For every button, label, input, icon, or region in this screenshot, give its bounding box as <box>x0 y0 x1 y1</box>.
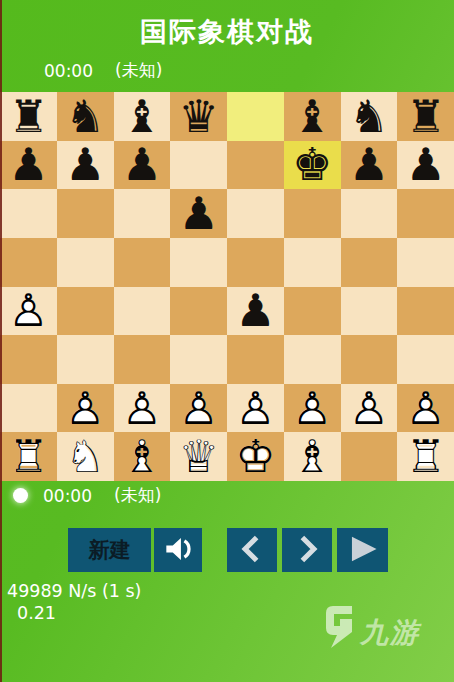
square-c6[interactable] <box>114 189 171 238</box>
square-b8[interactable]: ♞ <box>57 92 114 141</box>
screen-edge-artifact <box>0 0 2 682</box>
new-game-button[interactable]: 新建 <box>68 528 151 572</box>
black-pawn-piece[interactable]: ♟ <box>235 288 275 333</box>
black-pawn-piece[interactable]: ♟ <box>122 142 162 187</box>
square-f2[interactable]: ♟♙ <box>284 384 341 433</box>
player-status: (未知) <box>114 484 161 507</box>
white-pawn-piece[interactable]: ♟♙ <box>122 386 162 431</box>
square-f6[interactable] <box>284 189 341 238</box>
black-pawn-piece[interactable]: ♟ <box>65 142 105 187</box>
square-a6[interactable] <box>0 189 57 238</box>
white-pawn-piece[interactable]: ♟♙ <box>8 288 48 333</box>
square-d4[interactable] <box>170 287 227 336</box>
square-c1[interactable]: ♝♗ <box>114 432 171 481</box>
sound-button[interactable] <box>154 528 202 572</box>
player-clock: 00:00 <box>43 486 92 506</box>
square-c7[interactable]: ♟ <box>114 141 171 190</box>
square-d8[interactable]: ♛ <box>170 92 227 141</box>
player-timer: 00:00 (未知) <box>13 484 161 507</box>
square-f8[interactable]: ♝ <box>284 92 341 141</box>
white-pawn-piece[interactable]: ♟♙ <box>292 386 332 431</box>
square-e6[interactable] <box>227 189 284 238</box>
black-queen-piece[interactable]: ♛ <box>178 94 218 139</box>
engine-speed-text: 49989 N/s (1 s) <box>7 581 141 601</box>
play-button[interactable] <box>337 528 388 572</box>
white-pawn-piece[interactable]: ♟♙ <box>178 386 218 431</box>
black-king-piece[interactable]: ♚ <box>292 142 332 187</box>
square-h6[interactable] <box>397 189 454 238</box>
square-h1[interactable]: ♜♖ <box>397 432 454 481</box>
square-a5[interactable] <box>0 238 57 287</box>
black-bishop-piece[interactable]: ♝ <box>292 94 332 139</box>
square-h3[interactable] <box>397 335 454 384</box>
square-g1[interactable] <box>341 432 398 481</box>
square-c2[interactable]: ♟♙ <box>114 384 171 433</box>
black-bishop-piece[interactable]: ♝ <box>122 94 162 139</box>
square-b1[interactable]: ♞♘ <box>57 432 114 481</box>
square-b2[interactable]: ♟♙ <box>57 384 114 433</box>
square-a3[interactable] <box>0 335 57 384</box>
square-d1[interactable]: ♛♕ <box>170 432 227 481</box>
step-back-button[interactable] <box>227 528 277 572</box>
square-g7[interactable]: ♟ <box>341 141 398 190</box>
engine-eval-text: 0.21 <box>17 603 56 623</box>
square-e3[interactable] <box>227 335 284 384</box>
white-pawn-piece[interactable]: ♟♙ <box>65 386 105 431</box>
square-b4[interactable] <box>57 287 114 336</box>
white-knight-piece[interactable]: ♞♘ <box>65 434 105 479</box>
black-knight-piece[interactable]: ♞ <box>65 94 105 139</box>
square-d3[interactable] <box>170 335 227 384</box>
square-e7[interactable] <box>227 141 284 190</box>
white-bishop-piece[interactable]: ♝♗ <box>292 434 332 479</box>
chevron-left-icon <box>238 534 266 567</box>
square-b6[interactable] <box>57 189 114 238</box>
turn-indicator-dot <box>13 488 28 503</box>
square-g3[interactable] <box>341 335 398 384</box>
square-e4[interactable]: ♟ <box>227 287 284 336</box>
square-e1[interactable]: ♚♔ <box>227 432 284 481</box>
square-f4[interactable] <box>284 287 341 336</box>
square-h2[interactable]: ♟♙ <box>397 384 454 433</box>
opponent-timer: 00:00 (未知) <box>44 59 162 82</box>
white-rook-piece[interactable]: ♜♖ <box>405 434 445 479</box>
black-knight-piece[interactable]: ♞ <box>349 94 389 139</box>
white-bishop-piece[interactable]: ♝♗ <box>122 434 162 479</box>
square-e5[interactable] <box>227 238 284 287</box>
chess-board[interactable]: ♜♞♝♛♝♞♜♟♟♟♚♟♟♟♟♙♟♟♙♟♙♟♙♟♙♟♙♟♙♟♙♜♖♞♘♝♗♛♕♚… <box>0 92 454 481</box>
watermark: 九游 <box>325 606 420 652</box>
square-e8[interactable] <box>227 92 284 141</box>
watermark-text: 九游 <box>360 614 420 652</box>
square-a4[interactable]: ♟♙ <box>0 287 57 336</box>
square-g8[interactable]: ♞ <box>341 92 398 141</box>
chevron-right-icon <box>293 534 321 567</box>
speaker-icon <box>163 535 193 566</box>
square-a1[interactable]: ♜♖ <box>0 432 57 481</box>
jiuyou-logo-icon <box>325 606 355 648</box>
play-icon <box>347 534 379 567</box>
square-h5[interactable] <box>397 238 454 287</box>
square-f5[interactable] <box>284 238 341 287</box>
square-c4[interactable] <box>114 287 171 336</box>
square-b5[interactable] <box>57 238 114 287</box>
square-h4[interactable] <box>397 287 454 336</box>
square-c5[interactable] <box>114 238 171 287</box>
white-pawn-piece[interactable]: ♟♙ <box>349 386 389 431</box>
square-d6[interactable]: ♟ <box>170 189 227 238</box>
square-e2[interactable]: ♟♙ <box>227 384 284 433</box>
square-d5[interactable] <box>170 238 227 287</box>
square-f1[interactable]: ♝♗ <box>284 432 341 481</box>
square-b7[interactable]: ♟ <box>57 141 114 190</box>
square-h7[interactable]: ♟ <box>397 141 454 190</box>
square-c3[interactable] <box>114 335 171 384</box>
square-a8[interactable]: ♜ <box>0 92 57 141</box>
white-pawn-piece[interactable]: ♟♙ <box>405 386 445 431</box>
square-a2[interactable] <box>0 384 57 433</box>
square-f7[interactable]: ♚ <box>284 141 341 190</box>
black-rook-piece[interactable]: ♜ <box>405 94 445 139</box>
square-c8[interactable]: ♝ <box>114 92 171 141</box>
square-g2[interactable]: ♟♙ <box>341 384 398 433</box>
square-a7[interactable]: ♟ <box>0 141 57 190</box>
black-pawn-piece[interactable]: ♟ <box>8 142 48 187</box>
opponent-status: (未知) <box>115 59 162 82</box>
black-pawn-piece[interactable]: ♟ <box>405 142 445 187</box>
black-pawn-piece[interactable]: ♟ <box>349 142 389 187</box>
white-rook-piece[interactable]: ♜♖ <box>8 434 48 479</box>
square-g6[interactable] <box>341 189 398 238</box>
square-f3[interactable] <box>284 335 341 384</box>
white-queen-piece[interactable]: ♛♕ <box>178 434 218 479</box>
page-title: 国际象棋对战 <box>0 14 454 50</box>
square-d2[interactable]: ♟♙ <box>170 384 227 433</box>
opponent-clock: 00:00 <box>44 61 93 81</box>
step-forward-button[interactable] <box>282 528 332 572</box>
black-rook-piece[interactable]: ♜ <box>8 94 48 139</box>
square-b3[interactable] <box>57 335 114 384</box>
square-d7[interactable] <box>170 141 227 190</box>
square-h8[interactable]: ♜ <box>397 92 454 141</box>
black-pawn-piece[interactable]: ♟ <box>178 191 218 236</box>
white-pawn-piece[interactable]: ♟♙ <box>235 386 275 431</box>
square-g5[interactable] <box>341 238 398 287</box>
app-screen: 国际象棋对战 00:00 (未知) ♜♞♝♛♝♞♜♟♟♟♚♟♟♟♟♙♟♟♙♟♙♟… <box>0 0 454 682</box>
square-g4[interactable] <box>341 287 398 336</box>
white-king-piece[interactable]: ♚♔ <box>235 434 275 479</box>
